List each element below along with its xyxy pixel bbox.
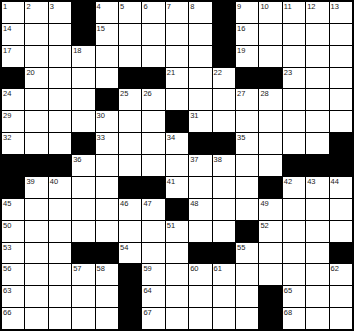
cell-r12c8[interactable] (166, 243, 188, 264)
cell-r10c1[interactable]: 45 (2, 199, 24, 220)
cell-r7c11[interactable]: 35 (236, 133, 258, 154)
clue-number: 41 (167, 177, 175, 186)
clue-number: 47 (143, 199, 151, 208)
cell-r10c7[interactable]: 47 (142, 199, 164, 220)
clue-number: 54 (120, 243, 128, 252)
cell-r10c11[interactable] (236, 199, 258, 220)
block-cell-r3c10 (213, 46, 235, 67)
cell-r11c9[interactable] (189, 221, 211, 242)
cell-r4c4[interactable] (72, 68, 94, 89)
cell-r10c3[interactable] (49, 199, 71, 220)
clue-number: 36 (73, 155, 81, 164)
block-cell-r11c11 (236, 221, 258, 242)
cell-r9c15[interactable]: 44 (330, 177, 352, 198)
cell-r15c4[interactable] (72, 308, 94, 329)
clue-number: 35 (237, 133, 245, 142)
block-cell-r7c10 (213, 133, 235, 154)
crossword-board: 1234567891011121314151617181920212223242… (0, 0, 354, 331)
cell-r9c13[interactable]: 42 (283, 177, 305, 198)
cell-r13c12[interactable] (259, 264, 281, 285)
cell-r11c8[interactable]: 51 (166, 221, 188, 242)
block-cell-r10c8 (166, 199, 188, 220)
cell-r11c7[interactable] (142, 221, 164, 242)
crossword-puzzle: 1234567891011121314151617181920212223242… (0, 0, 354, 331)
cell-r3c12[interactable] (259, 46, 281, 67)
clue-number: 11 (284, 2, 292, 11)
block-cell-r9c6 (119, 177, 141, 198)
cell-r15c14[interactable] (306, 308, 328, 329)
cell-r5c8[interactable] (166, 89, 188, 110)
cell-r6c12[interactable] (259, 111, 281, 132)
clue-number: 34 (167, 133, 175, 142)
block-cell-r12c4 (72, 243, 94, 264)
block-cell-r12c5 (96, 243, 118, 264)
cell-r10c2[interactable] (25, 199, 47, 220)
block-cell-r9c1 (2, 177, 24, 198)
cell-r15c2[interactable] (25, 308, 47, 329)
clue-number: 30 (97, 111, 105, 120)
cell-r2c5[interactable]: 15 (96, 24, 118, 45)
block-cell-r5c5 (96, 89, 118, 110)
cell-r9c3[interactable]: 40 (49, 177, 71, 198)
cell-r8c4[interactable]: 36 (72, 155, 94, 176)
cell-r2c7[interactable] (142, 24, 164, 45)
cell-r13c9[interactable]: 60 (189, 264, 211, 285)
cell-r6c6[interactable] (119, 111, 141, 132)
cell-r8c10[interactable]: 38 (213, 155, 235, 176)
clue-number: 68 (284, 308, 292, 317)
cell-r4c3[interactable] (49, 68, 71, 89)
cell-r6c13[interactable] (283, 111, 305, 132)
cell-r3c3[interactable] (49, 46, 71, 67)
cell-r6c10[interactable] (213, 111, 235, 132)
clue-number: 6 (143, 2, 147, 11)
cell-r4c14[interactable] (306, 68, 328, 89)
cell-r2c1[interactable]: 14 (2, 24, 24, 45)
clue-number: 4 (97, 2, 101, 11)
cell-r9c11[interactable] (236, 177, 258, 198)
clue-number: 26 (143, 89, 151, 98)
cell-r14c3[interactable] (49, 286, 71, 307)
cell-r13c14[interactable] (306, 264, 328, 285)
cell-r6c3[interactable] (49, 111, 71, 132)
cell-r3c9[interactable] (189, 46, 211, 67)
clue-number: 42 (284, 177, 292, 186)
cell-r5c10[interactable] (213, 89, 235, 110)
cell-r1c6[interactable]: 5 (119, 2, 141, 23)
block-cell-r6c8 (166, 111, 188, 132)
clue-number: 5 (120, 2, 124, 11)
clue-number: 52 (260, 221, 268, 230)
clue-number: 18 (73, 46, 81, 55)
cell-r12c12[interactable] (259, 243, 281, 264)
block-cell-r9c12 (259, 177, 281, 198)
cell-r3c6[interactable] (119, 46, 141, 67)
block-cell-r14c6 (119, 286, 141, 307)
cell-r12c6[interactable]: 54 (119, 243, 141, 264)
clue-number: 13 (331, 2, 339, 11)
cell-r11c5[interactable] (96, 221, 118, 242)
clue-number: 29 (3, 111, 11, 120)
cell-r1c5[interactable]: 4 (96, 2, 118, 23)
cell-r14c4[interactable] (72, 286, 94, 307)
block-cell-r2c10 (213, 24, 235, 45)
cell-r14c9[interactable] (189, 286, 211, 307)
cell-r5c11[interactable]: 27 (236, 89, 258, 110)
block-cell-r7c15 (330, 133, 352, 154)
cell-r7c2[interactable] (25, 133, 47, 154)
cell-r4c9[interactable] (189, 68, 211, 89)
cell-r12c11[interactable]: 55 (236, 243, 258, 264)
clue-number: 16 (237, 24, 245, 33)
cell-r5c6[interactable]: 25 (119, 89, 141, 110)
cell-r3c8[interactable] (166, 46, 188, 67)
block-cell-r2c4 (72, 24, 94, 45)
cell-r13c11[interactable] (236, 264, 258, 285)
cell-r2c8[interactable] (166, 24, 188, 45)
cell-r1c12[interactable]: 10 (259, 2, 281, 23)
cell-r7c8[interactable]: 34 (166, 133, 188, 154)
clue-number: 37 (190, 155, 198, 164)
clue-number: 53 (3, 243, 11, 252)
clue-number: 39 (26, 177, 34, 186)
block-cell-r8c15 (330, 155, 352, 176)
clue-number: 38 (214, 155, 222, 164)
cell-r1c13[interactable]: 11 (283, 2, 305, 23)
cell-r11c13[interactable] (283, 221, 305, 242)
cell-r2c2[interactable] (25, 24, 47, 45)
cell-r11c15[interactable] (330, 221, 352, 242)
cell-r3c13[interactable] (283, 46, 305, 67)
clue-number: 22 (214, 68, 222, 77)
cell-r5c12[interactable]: 28 (259, 89, 281, 110)
block-cell-r4c1 (2, 68, 24, 89)
clue-number: 63 (3, 286, 11, 295)
block-cell-r7c4 (72, 133, 94, 154)
cell-r11c1[interactable]: 50 (2, 221, 24, 242)
cell-r7c14[interactable] (306, 133, 328, 154)
cell-r13c15[interactable]: 62 (330, 264, 352, 285)
clue-number: 44 (331, 177, 339, 186)
cell-r8c7[interactable] (142, 155, 164, 176)
clue-number: 24 (3, 89, 11, 98)
cell-r13c7[interactable]: 59 (142, 264, 164, 285)
cell-r14c2[interactable] (25, 286, 47, 307)
block-cell-r8c1 (2, 155, 24, 176)
clue-number: 14 (3, 24, 11, 33)
block-cell-r13c6 (119, 264, 141, 285)
clue-number: 27 (237, 89, 245, 98)
clue-number: 57 (73, 264, 81, 273)
clue-number: 48 (190, 199, 198, 208)
clue-number: 55 (237, 243, 245, 252)
cell-r11c4[interactable] (72, 221, 94, 242)
block-cell-r14c12 (259, 286, 281, 307)
cell-r4c8[interactable]: 21 (166, 68, 188, 89)
cell-r6c11[interactable] (236, 111, 258, 132)
cell-r12c2[interactable] (25, 243, 47, 264)
clue-number: 7 (167, 2, 171, 11)
cell-r11c14[interactable] (306, 221, 328, 242)
cell-r8c12[interactable] (259, 155, 281, 176)
cell-r2c11[interactable]: 16 (236, 24, 258, 45)
cell-r8c8[interactable] (166, 155, 188, 176)
cell-r3c2[interactable] (25, 46, 47, 67)
cell-r5c7[interactable]: 26 (142, 89, 164, 110)
clue-number: 32 (3, 133, 11, 142)
cell-r14c14[interactable] (306, 286, 328, 307)
cell-r3c5[interactable] (96, 46, 118, 67)
clue-number: 51 (167, 221, 175, 230)
clue-number: 45 (3, 199, 11, 208)
cell-r14c10[interactable] (213, 286, 235, 307)
cell-r15c15[interactable] (330, 308, 352, 329)
cell-r13c1[interactable]: 56 (2, 264, 24, 285)
cell-r13c2[interactable] (25, 264, 47, 285)
cell-r6c7[interactable] (142, 111, 164, 132)
cell-r14c11[interactable] (236, 286, 258, 307)
cell-r11c3[interactable] (49, 221, 71, 242)
block-cell-r1c4 (72, 2, 94, 23)
cell-r14c13[interactable]: 65 (283, 286, 305, 307)
block-cell-r4c7 (142, 68, 164, 89)
cell-r12c13[interactable] (283, 243, 305, 264)
block-cell-r12c15 (330, 243, 352, 264)
cell-r10c12[interactable]: 49 (259, 199, 281, 220)
cell-r6c1[interactable]: 29 (2, 111, 24, 132)
cell-r1c9[interactable]: 8 (189, 2, 211, 23)
cell-r4c2[interactable]: 20 (25, 68, 47, 89)
block-cell-r15c12 (259, 308, 281, 329)
clue-number: 8 (190, 2, 194, 11)
cell-r9c10[interactable] (213, 177, 235, 198)
cell-r5c1[interactable]: 24 (2, 89, 24, 110)
cell-r7c12[interactable] (259, 133, 281, 154)
clue-number: 1 (3, 2, 7, 11)
cell-r10c15[interactable] (330, 199, 352, 220)
cell-r15c5[interactable] (96, 308, 118, 329)
clue-number: 28 (260, 89, 268, 98)
clue-number: 40 (50, 177, 58, 186)
cell-r9c2[interactable]: 39 (25, 177, 47, 198)
block-cell-r9c7 (142, 177, 164, 198)
cell-r8c9[interactable]: 37 (189, 155, 211, 176)
cell-r5c15[interactable] (330, 89, 352, 110)
cell-r15c3[interactable] (49, 308, 71, 329)
cell-r7c6[interactable] (119, 133, 141, 154)
cell-r9c14[interactable]: 43 (306, 177, 328, 198)
clue-number: 64 (143, 286, 151, 295)
clue-number: 31 (190, 111, 198, 120)
cell-r6c14[interactable] (306, 111, 328, 132)
cell-r12c1[interactable]: 53 (2, 243, 24, 264)
clue-number: 62 (331, 264, 339, 273)
cell-r5c13[interactable] (283, 89, 305, 110)
clue-number: 60 (190, 264, 198, 273)
cell-r14c1[interactable]: 63 (2, 286, 24, 307)
cell-r3c1[interactable]: 17 (2, 46, 24, 67)
cell-r11c10[interactable] (213, 221, 235, 242)
clue-number: 3 (50, 2, 54, 11)
cell-r13c3[interactable] (49, 264, 71, 285)
block-cell-r4c6 (119, 68, 141, 89)
cell-r7c3[interactable] (49, 133, 71, 154)
cell-r1c11[interactable]: 9 (236, 2, 258, 23)
clue-number: 25 (120, 89, 128, 98)
cell-r3c7[interactable] (142, 46, 164, 67)
cell-r4c15[interactable] (330, 68, 352, 89)
cell-r14c8[interactable] (166, 286, 188, 307)
cell-r9c4[interactable] (72, 177, 94, 198)
cell-r7c5[interactable]: 33 (96, 133, 118, 154)
cell-r4c13[interactable]: 23 (283, 68, 305, 89)
cell-r9c8[interactable]: 41 (166, 177, 188, 198)
cell-r1c8[interactable]: 7 (166, 2, 188, 23)
cell-r11c2[interactable] (25, 221, 47, 242)
cell-r10c5[interactable] (96, 199, 118, 220)
cell-r2c6[interactable] (119, 24, 141, 45)
clue-number: 23 (284, 68, 292, 77)
clue-number: 2 (26, 2, 30, 11)
block-cell-r12c9 (189, 243, 211, 264)
cell-r2c14[interactable] (306, 24, 328, 45)
cell-r10c6[interactable]: 46 (119, 199, 141, 220)
block-cell-r4c11 (236, 68, 258, 89)
cell-r1c14[interactable]: 12 (306, 2, 328, 23)
clue-number: 9 (237, 2, 241, 11)
clue-number: 59 (143, 264, 151, 273)
cell-r3c15[interactable] (330, 46, 352, 67)
clue-number: 12 (307, 2, 315, 11)
cell-r3c11[interactable]: 19 (236, 46, 258, 67)
cell-r13c8[interactable] (166, 264, 188, 285)
cell-r15c10[interactable] (213, 308, 235, 329)
cell-r6c4[interactable] (72, 111, 94, 132)
cell-r1c3[interactable]: 3 (49, 2, 71, 23)
cell-r15c9[interactable] (189, 308, 211, 329)
cell-r15c1[interactable]: 66 (2, 308, 24, 329)
cell-r14c15[interactable] (330, 286, 352, 307)
cell-r2c12[interactable] (259, 24, 281, 45)
cell-r5c9[interactable] (189, 89, 211, 110)
cell-r10c14[interactable] (306, 199, 328, 220)
block-cell-r8c13 (283, 155, 305, 176)
cell-r3c14[interactable] (306, 46, 328, 67)
cell-r11c6[interactable] (119, 221, 141, 242)
cell-r10c9[interactable]: 48 (189, 199, 211, 220)
cell-r13c13[interactable] (283, 264, 305, 285)
cell-r15c13[interactable]: 68 (283, 308, 305, 329)
cell-r8c5[interactable] (96, 155, 118, 176)
cell-r12c3[interactable] (49, 243, 71, 264)
cell-r9c5[interactable] (96, 177, 118, 198)
cell-r10c13[interactable] (283, 199, 305, 220)
block-cell-r15c6 (119, 308, 141, 329)
block-cell-r4c12 (259, 68, 281, 89)
cell-r13c10[interactable]: 61 (213, 264, 235, 285)
cell-r1c7[interactable]: 6 (142, 2, 164, 23)
cell-r2c15[interactable] (330, 24, 352, 45)
cell-r1c15[interactable]: 13 (330, 2, 352, 23)
cell-r8c6[interactable] (119, 155, 141, 176)
cell-r4c5[interactable] (96, 68, 118, 89)
clue-number: 67 (143, 308, 151, 317)
cell-r14c5[interactable] (96, 286, 118, 307)
clue-number: 10 (260, 2, 268, 11)
cell-r7c7[interactable] (142, 133, 164, 154)
cell-r12c7[interactable] (142, 243, 164, 264)
clue-number: 65 (284, 286, 292, 295)
cell-r1c2[interactable]: 2 (25, 2, 47, 23)
cell-r14c7[interactable]: 64 (142, 286, 164, 307)
cell-r4c10[interactable]: 22 (213, 68, 235, 89)
cell-r9c9[interactable] (189, 177, 211, 198)
clue-number: 17 (3, 46, 11, 55)
clue-number: 21 (167, 68, 175, 77)
cell-r13c4[interactable]: 57 (72, 264, 94, 285)
block-cell-r8c3 (49, 155, 71, 176)
cell-r6c15[interactable] (330, 111, 352, 132)
cell-r2c9[interactable] (189, 24, 211, 45)
clue-number: 56 (3, 264, 11, 273)
clue-number: 33 (97, 133, 105, 142)
cell-r7c13[interactable] (283, 133, 305, 154)
cell-r12c14[interactable] (306, 243, 328, 264)
clue-number: 50 (3, 221, 11, 230)
clue-number: 43 (307, 177, 315, 186)
cell-r5c2[interactable] (25, 89, 47, 110)
cell-r6c5[interactable]: 30 (96, 111, 118, 132)
block-cell-r8c14 (306, 155, 328, 176)
cell-r5c3[interactable] (49, 89, 71, 110)
cell-r10c10[interactable] (213, 199, 235, 220)
clue-number: 20 (26, 68, 34, 77)
cell-r10c4[interactable] (72, 199, 94, 220)
cell-r8c11[interactable] (236, 155, 258, 176)
cell-r13c5[interactable]: 58 (96, 264, 118, 285)
cell-r6c2[interactable] (25, 111, 47, 132)
block-cell-r1c10 (213, 2, 235, 23)
clue-number: 46 (120, 199, 128, 208)
clue-number: 66 (3, 308, 11, 317)
cell-r15c8[interactable] (166, 308, 188, 329)
cell-r2c13[interactable] (283, 24, 305, 45)
clue-number: 15 (97, 24, 105, 33)
clue-number: 58 (97, 264, 105, 273)
clue-number: 49 (260, 199, 268, 208)
cell-r5c14[interactable] (306, 89, 328, 110)
cell-r7c1[interactable]: 32 (2, 133, 24, 154)
block-cell-r7c9 (189, 133, 211, 154)
cell-r15c11[interactable] (236, 308, 258, 329)
cell-r6c9[interactable]: 31 (189, 111, 211, 132)
cell-r3c4[interactable]: 18 (72, 46, 94, 67)
clue-number: 61 (214, 264, 222, 273)
cell-r15c7[interactable]: 67 (142, 308, 164, 329)
clue-number: 19 (237, 46, 245, 55)
block-cell-r12c10 (213, 243, 235, 264)
cell-r5c4[interactable] (72, 89, 94, 110)
block-cell-r8c2 (25, 155, 47, 176)
cell-r1c1[interactable]: 1 (2, 2, 24, 23)
cell-r2c3[interactable] (49, 24, 71, 45)
cell-r11c12[interactable]: 52 (259, 221, 281, 242)
